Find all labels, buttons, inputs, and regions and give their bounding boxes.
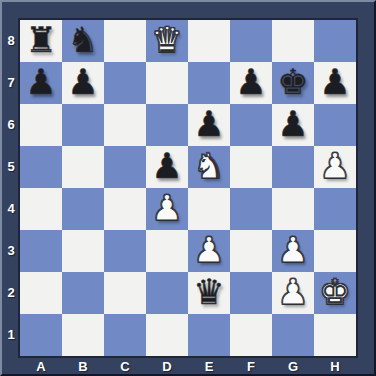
- square-a2[interactable]: [20, 272, 62, 314]
- square-g4[interactable]: [272, 188, 314, 230]
- square-h6[interactable]: [314, 104, 356, 146]
- square-h3[interactable]: [314, 230, 356, 272]
- square-a3[interactable]: [20, 230, 62, 272]
- square-d7[interactable]: [146, 62, 188, 104]
- square-f3[interactable]: [230, 230, 272, 272]
- piece-black-pawn-d5[interactable]: ♟: [146, 146, 188, 188]
- rank-label-1: 1: [2, 314, 20, 356]
- square-g6[interactable]: ♟: [272, 104, 314, 146]
- rank-label-2: 2: [2, 272, 20, 314]
- piece-white-pawn-g2[interactable]: ♟: [272, 272, 314, 314]
- square-b5[interactable]: [62, 146, 104, 188]
- square-g1[interactable]: [272, 314, 314, 356]
- square-h8[interactable]: [314, 20, 356, 62]
- square-d8[interactable]: ♛: [146, 20, 188, 62]
- square-g5[interactable]: [272, 146, 314, 188]
- square-f1[interactable]: [230, 314, 272, 356]
- square-a7[interactable]: ♟: [20, 62, 62, 104]
- square-c3[interactable]: [104, 230, 146, 272]
- square-f7[interactable]: ♟: [230, 62, 272, 104]
- square-b4[interactable]: [62, 188, 104, 230]
- square-e3[interactable]: ♟: [188, 230, 230, 272]
- square-e5[interactable]: ♞: [188, 146, 230, 188]
- square-b6[interactable]: [62, 104, 104, 146]
- file-label-C: C: [104, 358, 146, 376]
- square-c2[interactable]: [104, 272, 146, 314]
- file-label-B: B: [62, 358, 104, 376]
- square-c4[interactable]: [104, 188, 146, 230]
- square-d3[interactable]: [146, 230, 188, 272]
- square-f2[interactable]: [230, 272, 272, 314]
- square-h7[interactable]: ♟: [314, 62, 356, 104]
- square-d6[interactable]: [146, 104, 188, 146]
- square-e1[interactable]: [188, 314, 230, 356]
- square-f4[interactable]: [230, 188, 272, 230]
- square-g2[interactable]: ♟: [272, 272, 314, 314]
- square-b1[interactable]: [62, 314, 104, 356]
- square-e6[interactable]: ♟: [188, 104, 230, 146]
- file-label-A: A: [20, 358, 62, 376]
- square-c6[interactable]: [104, 104, 146, 146]
- square-e2[interactable]: ♛: [188, 272, 230, 314]
- square-f8[interactable]: [230, 20, 272, 62]
- square-d2[interactable]: [146, 272, 188, 314]
- piece-black-king-g7[interactable]: ♚: [272, 62, 314, 104]
- chess-widget: ♜♞♛♟♟♟♚♟♟♟♟♞♟♟♟♟♛♟♚ 87654321 ABCDEFGH: [0, 0, 376, 376]
- square-g3[interactable]: ♟: [272, 230, 314, 272]
- square-e4[interactable]: [188, 188, 230, 230]
- square-g7[interactable]: ♚: [272, 62, 314, 104]
- file-label-D: D: [146, 358, 188, 376]
- chess-board: ♜♞♛♟♟♟♚♟♟♟♟♞♟♟♟♟♛♟♚: [18, 18, 358, 358]
- square-h1[interactable]: [314, 314, 356, 356]
- square-h4[interactable]: [314, 188, 356, 230]
- square-h5[interactable]: ♟: [314, 146, 356, 188]
- piece-black-pawn-f7[interactable]: ♟: [230, 62, 272, 104]
- piece-white-pawn-g3[interactable]: ♟: [272, 230, 314, 272]
- square-b7[interactable]: ♟: [62, 62, 104, 104]
- rank-label-7: 7: [2, 62, 20, 104]
- rank-label-5: 5: [2, 146, 20, 188]
- piece-black-pawn-b7[interactable]: ♟: [62, 62, 104, 104]
- square-b8[interactable]: ♞: [62, 20, 104, 62]
- square-a5[interactable]: [20, 146, 62, 188]
- square-f5[interactable]: [230, 146, 272, 188]
- piece-white-queen-d8[interactable]: ♛: [146, 20, 188, 62]
- square-d4[interactable]: ♟: [146, 188, 188, 230]
- file-label-E: E: [188, 358, 230, 376]
- piece-white-pawn-h5[interactable]: ♟: [314, 146, 356, 188]
- square-c5[interactable]: [104, 146, 146, 188]
- square-d1[interactable]: [146, 314, 188, 356]
- piece-black-rook-a8[interactable]: ♜: [20, 20, 62, 62]
- piece-black-queen-e2[interactable]: ♛: [188, 272, 230, 314]
- square-b3[interactable]: [62, 230, 104, 272]
- piece-white-king-h2[interactable]: ♚: [314, 272, 356, 314]
- piece-black-pawn-h7[interactable]: ♟: [314, 62, 356, 104]
- piece-black-pawn-e6[interactable]: ♟: [188, 104, 230, 146]
- rank-label-3: 3: [2, 230, 20, 272]
- square-a1[interactable]: [20, 314, 62, 356]
- square-c7[interactable]: [104, 62, 146, 104]
- square-e8[interactable]: [188, 20, 230, 62]
- rank-label-6: 6: [2, 104, 20, 146]
- piece-black-pawn-a7[interactable]: ♟: [20, 62, 62, 104]
- piece-black-knight-b8[interactable]: ♞: [62, 20, 104, 62]
- square-d5[interactable]: ♟: [146, 146, 188, 188]
- square-c1[interactable]: [104, 314, 146, 356]
- square-e7[interactable]: [188, 62, 230, 104]
- square-c8[interactable]: [104, 20, 146, 62]
- square-a4[interactable]: [20, 188, 62, 230]
- square-h2[interactable]: ♚: [314, 272, 356, 314]
- piece-black-pawn-g6[interactable]: ♟: [272, 104, 314, 146]
- piece-white-pawn-e3[interactable]: ♟: [188, 230, 230, 272]
- file-label-H: H: [314, 358, 356, 376]
- piece-white-pawn-d4[interactable]: ♟: [146, 188, 188, 230]
- square-b2[interactable]: [62, 272, 104, 314]
- rank-label-4: 4: [2, 188, 20, 230]
- piece-white-knight-e5[interactable]: ♞: [188, 146, 230, 188]
- square-a8[interactable]: ♜: [20, 20, 62, 62]
- square-a6[interactable]: [20, 104, 62, 146]
- file-label-F: F: [230, 358, 272, 376]
- rank-label-8: 8: [2, 20, 20, 62]
- square-f6[interactable]: [230, 104, 272, 146]
- square-g8[interactable]: [272, 20, 314, 62]
- file-label-G: G: [272, 358, 314, 376]
